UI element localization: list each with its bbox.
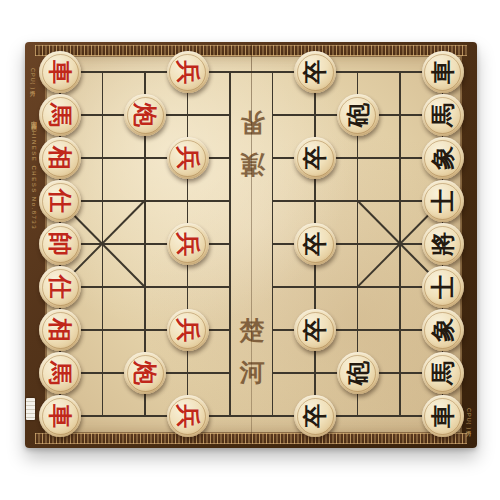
piece-black-soldier[interactable]: 卒 (294, 223, 336, 265)
piece-character: 車 (422, 51, 464, 93)
piece-red-chariot[interactable]: 車 (39, 51, 81, 93)
product-photo: CPU(得力) 中国象棋 CHINESE CHESS No.8733 CPU(得… (0, 0, 500, 500)
piece-red-soldier[interactable]: 兵 (167, 51, 209, 93)
piece-red-soldier[interactable]: 兵 (167, 395, 209, 437)
piece-character: 卒 (294, 137, 336, 179)
brand-mark-bottom-right: CPU(得力) (466, 408, 473, 430)
piece-red-elephant[interactable]: 相 (39, 137, 81, 179)
piece-character: 兵 (167, 51, 209, 93)
piece-character: 士 (422, 180, 464, 222)
piece-character: 兵 (167, 395, 209, 437)
piece-character: 馬 (39, 352, 81, 394)
river-char: 楚 (240, 314, 265, 347)
piece-black-soldier[interactable]: 卒 (294, 51, 336, 93)
piece-character: 車 (39, 51, 81, 93)
piece-character: 馬 (39, 94, 81, 136)
piece-character: 象 (422, 137, 464, 179)
piece-black-horse[interactable]: 馬 (422, 94, 464, 136)
piece-character: 將 (422, 223, 464, 265)
piece-red-soldier[interactable]: 兵 (167, 309, 209, 351)
piece-character: 炮 (124, 352, 166, 394)
piece-red-elephant[interactable]: 相 (39, 309, 81, 351)
piece-character: 馬 (422, 94, 464, 136)
piece-character: 相 (39, 309, 81, 351)
piece-character: 仕 (39, 180, 81, 222)
piece-character: 兵 (167, 223, 209, 265)
piece-black-elephant[interactable]: 象 (422, 137, 464, 179)
piece-red-horse[interactable]: 馬 (39, 352, 81, 394)
piece-red-chariot[interactable]: 車 (39, 395, 81, 437)
piece-character: 卒 (294, 223, 336, 265)
board-model-label: 中国象棋 CHINESE CHESS No.8733 (30, 116, 38, 230)
piece-black-soldier[interactable]: 卒 (294, 309, 336, 351)
river-char: 漢 (240, 148, 265, 181)
piece-black-soldier[interactable]: 卒 (294, 395, 336, 437)
piece-black-chariot[interactable]: 車 (422, 395, 464, 437)
river-text-hanjie: 界 漢 (234, 106, 270, 181)
piece-red-general[interactable]: 帥 (39, 223, 81, 265)
piece-character: 卒 (294, 51, 336, 93)
xiangqi-board: CPU(得力) 中国象棋 CHINESE CHESS No.8733 CPU(得… (25, 42, 477, 448)
board-surface: 界 漢 楚 河 車馬相仕帥仕相馬車炮炮兵兵兵兵兵卒卒卒卒卒砲砲車馬象士將士象馬車 (46, 56, 461, 433)
piece-black-cannon[interactable]: 砲 (337, 94, 379, 136)
piece-red-soldier[interactable]: 兵 (167, 137, 209, 179)
piece-red-advisor[interactable]: 仕 (39, 180, 81, 222)
piece-black-advisor[interactable]: 士 (422, 266, 464, 308)
piece-character: 仕 (39, 266, 81, 308)
piece-black-advisor[interactable]: 士 (422, 180, 464, 222)
piece-black-elephant[interactable]: 象 (422, 309, 464, 351)
piece-character: 相 (39, 137, 81, 179)
brand-mark-top-left: CPU(得力) (30, 68, 37, 90)
piece-character: 帥 (39, 223, 81, 265)
piece-character: 砲 (337, 94, 379, 136)
piece-red-advisor[interactable]: 仕 (39, 266, 81, 308)
label-sticker (26, 398, 35, 420)
piece-character: 兵 (167, 309, 209, 351)
piece-black-general[interactable]: 將 (422, 223, 464, 265)
piece-character: 砲 (337, 352, 379, 394)
piece-character: 馬 (422, 352, 464, 394)
piece-red-cannon[interactable]: 炮 (124, 352, 166, 394)
piece-black-cannon[interactable]: 砲 (337, 352, 379, 394)
piece-black-horse[interactable]: 馬 (422, 352, 464, 394)
river-char: 河 (240, 356, 265, 389)
piece-character: 卒 (294, 309, 336, 351)
piece-character: 象 (422, 309, 464, 351)
river-char: 界 (240, 106, 265, 139)
piece-character: 兵 (167, 137, 209, 179)
river-text-chuhe: 楚 河 (234, 314, 270, 389)
piece-black-soldier[interactable]: 卒 (294, 137, 336, 179)
piece-red-soldier[interactable]: 兵 (167, 223, 209, 265)
piece-character: 車 (422, 395, 464, 437)
piece-red-horse[interactable]: 馬 (39, 94, 81, 136)
board-fold-seam (251, 44, 253, 445)
piece-black-chariot[interactable]: 車 (422, 51, 464, 93)
piece-character: 卒 (294, 395, 336, 437)
piece-character: 炮 (124, 94, 166, 136)
piece-red-cannon[interactable]: 炮 (124, 94, 166, 136)
piece-character: 士 (422, 266, 464, 308)
piece-character: 車 (39, 395, 81, 437)
